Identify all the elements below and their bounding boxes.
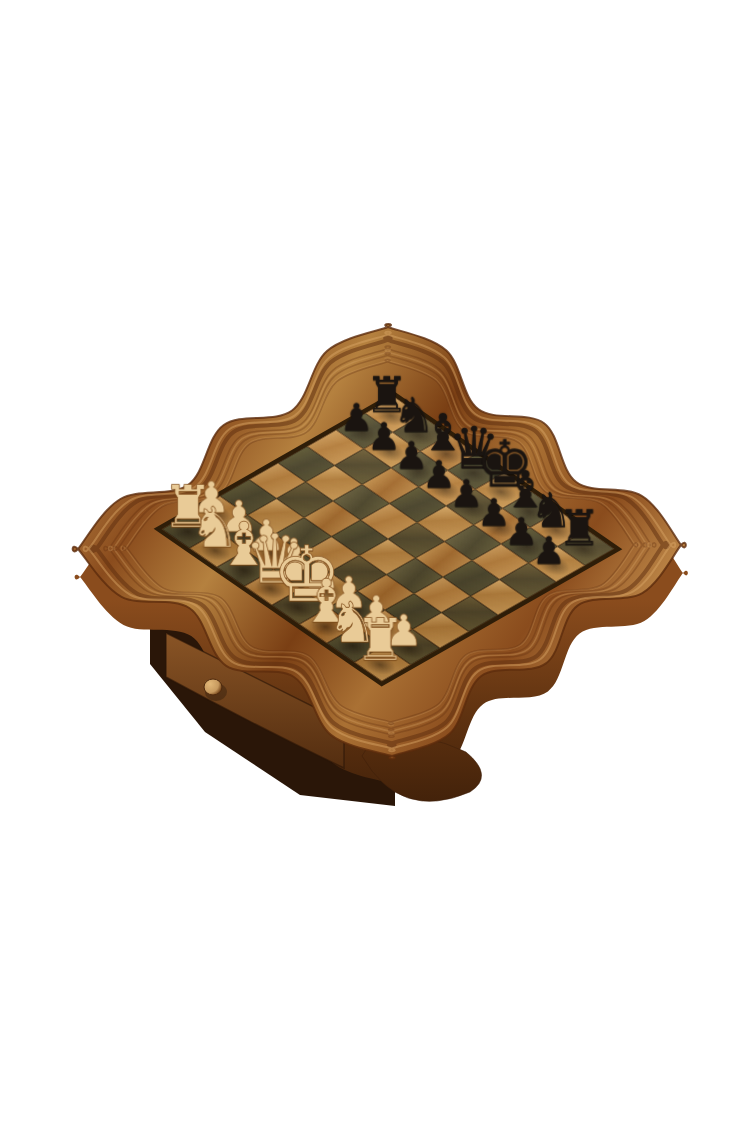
product-photo: ♜♞♝♛♚♝♞♜♟♟♟♟♟♟♟♟♟♟♟♟♟♟♟♟♜♞♝♛♚♝♞♜: [0, 0, 754, 1134]
drawer-knob: [204, 679, 222, 695]
